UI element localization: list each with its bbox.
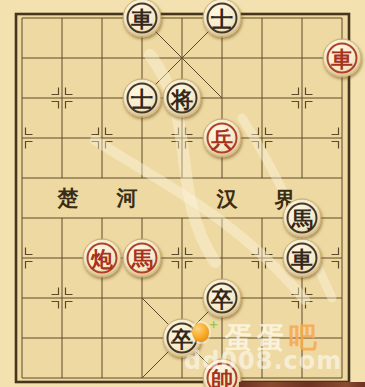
piece-glyph: 炮 xyxy=(91,247,113,269)
piece-black-advisor[interactable]: 士 xyxy=(203,0,242,38)
piece-glyph: 車 xyxy=(131,7,153,29)
piece-glyph: 士 xyxy=(211,7,233,29)
piece-glyph: 車 xyxy=(291,247,313,269)
piece-red-soldier[interactable]: 兵 xyxy=(203,119,242,158)
piece-black-advisor[interactable]: 士 xyxy=(123,79,162,118)
piece-glyph: 卒 xyxy=(171,327,193,349)
piece-black-general[interactable]: 将 xyxy=(163,79,202,118)
sparkle-icon: + xyxy=(209,318,218,331)
egg-logo-icon xyxy=(192,323,209,342)
xiangqi-board-screenshot: 楚 河 汉 界 車士車士将兵馬炮馬車卒卒帥 + 蛋蛋吧 dd008.com xyxy=(0,0,365,387)
piece-black-chariot[interactable]: 車 xyxy=(283,239,322,278)
bottom-banner-fragment xyxy=(239,382,365,387)
piece-black-horse[interactable]: 馬 xyxy=(283,199,322,238)
piece-glyph: 卒 xyxy=(211,287,233,309)
piece-glyph: 士 xyxy=(131,87,153,109)
watermark-site-url: dd008.com xyxy=(184,347,342,375)
piece-glyph: 兵 xyxy=(211,127,233,149)
piece-red-horse[interactable]: 馬 xyxy=(123,239,162,278)
piece-red-cannon[interactable]: 炮 xyxy=(83,239,122,278)
piece-glyph: 馬 xyxy=(131,247,153,269)
piece-glyph: 車 xyxy=(331,47,353,69)
piece-glyph: 将 xyxy=(171,87,193,109)
piece-red-chariot[interactable]: 車 xyxy=(323,39,362,78)
piece-glyph: 馬 xyxy=(291,207,313,229)
piece-black-chariot[interactable]: 車 xyxy=(123,0,162,38)
piece-black-soldier[interactable]: 卒 xyxy=(203,279,242,318)
